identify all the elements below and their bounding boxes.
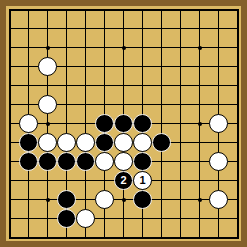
intersection-L11[interactable]	[190, 38, 209, 57]
white-stone	[133, 133, 152, 152]
intersection-F8[interactable]	[95, 95, 114, 114]
white-stone	[76, 133, 95, 152]
intersection-B9[interactable]	[19, 76, 38, 95]
intersection-H5[interactable]	[133, 152, 152, 171]
intersection-J12[interactable]	[152, 19, 171, 38]
intersection-G1[interactable]	[114, 228, 133, 247]
black-stone	[133, 190, 152, 209]
intersection-C5[interactable]	[38, 152, 57, 171]
intersection-G2[interactable]	[114, 209, 133, 228]
intersection-E1[interactable]	[76, 228, 95, 247]
intersection-C13[interactable]	[38, 0, 57, 19]
intersection-L3[interactable]	[190, 190, 209, 209]
intersection-K13[interactable]	[171, 0, 190, 19]
intersection-F5[interactable]	[95, 152, 114, 171]
intersection-C12[interactable]	[38, 19, 57, 38]
intersection-F12[interactable]	[95, 19, 114, 38]
intersection-K3[interactable]	[171, 190, 190, 209]
intersection-E13[interactable]	[76, 0, 95, 19]
intersection-K12[interactable]	[171, 19, 190, 38]
white-stone	[76, 209, 95, 228]
intersection-K1[interactable]	[171, 228, 190, 247]
intersection-L10[interactable]	[190, 57, 209, 76]
intersection-J13[interactable]	[152, 0, 171, 19]
intersection-J7[interactable]	[152, 114, 171, 133]
intersection-M9[interactable]	[209, 76, 228, 95]
intersection-B5[interactable]	[19, 152, 38, 171]
intersection-E2[interactable]	[76, 209, 95, 228]
intersection-L13[interactable]	[190, 0, 209, 19]
intersection-A11[interactable]	[0, 38, 19, 57]
intersection-B7[interactable]	[19, 114, 38, 133]
intersection-G5[interactable]	[114, 152, 133, 171]
intersection-L4[interactable]	[190, 171, 209, 190]
intersection-F13[interactable]	[95, 0, 114, 19]
intersection-B6[interactable]	[19, 133, 38, 152]
black-stone	[133, 114, 152, 133]
intersection-M13[interactable]	[209, 0, 228, 19]
intersection-J11[interactable]	[152, 38, 171, 57]
intersection-A6[interactable]	[0, 133, 19, 152]
intersection-N2[interactable]	[228, 209, 247, 228]
black-stone	[114, 114, 133, 133]
intersection-F1[interactable]	[95, 228, 114, 247]
intersection-A7[interactable]	[0, 114, 19, 133]
intersection-G8[interactable]	[114, 95, 133, 114]
intersection-E7[interactable]	[76, 114, 95, 133]
black-stone	[95, 114, 114, 133]
intersection-A9[interactable]	[0, 76, 19, 95]
intersection-L1[interactable]	[190, 228, 209, 247]
intersection-J2[interactable]	[152, 209, 171, 228]
intersection-N11[interactable]	[228, 38, 247, 57]
intersection-E11[interactable]	[76, 38, 95, 57]
intersection-G12[interactable]	[114, 19, 133, 38]
intersection-H3[interactable]	[133, 190, 152, 209]
intersection-H8[interactable]	[133, 95, 152, 114]
intersection-B13[interactable]	[19, 0, 38, 19]
intersection-C1[interactable]	[38, 228, 57, 247]
black-stone	[57, 152, 76, 171]
intersection-F9[interactable]	[95, 76, 114, 95]
intersection-G10[interactable]	[114, 57, 133, 76]
intersection-K9[interactable]	[171, 76, 190, 95]
intersection-K7[interactable]	[171, 114, 190, 133]
move-number-label: 1	[139, 175, 145, 186]
intersection-L12[interactable]	[190, 19, 209, 38]
black-stone	[76, 152, 95, 171]
intersection-C2[interactable]	[38, 209, 57, 228]
intersection-J4[interactable]	[152, 171, 171, 190]
white-stone	[38, 133, 57, 152]
intersection-L9[interactable]	[190, 76, 209, 95]
intersection-D4[interactable]	[57, 171, 76, 190]
intersection-L7[interactable]	[190, 114, 209, 133]
intersection-J6[interactable]	[152, 133, 171, 152]
intersection-A2[interactable]	[0, 209, 19, 228]
intersection-M8[interactable]	[209, 95, 228, 114]
intersection-H11[interactable]	[133, 38, 152, 57]
intersection-M12[interactable]	[209, 19, 228, 38]
intersection-D8[interactable]	[57, 95, 76, 114]
intersection-F7[interactable]	[95, 114, 114, 133]
intersection-H6[interactable]	[133, 133, 152, 152]
intersection-K10[interactable]	[171, 57, 190, 76]
black-stone	[57, 209, 76, 228]
goban: 21	[6, 6, 241, 241]
intersection-M10[interactable]	[209, 57, 228, 76]
intersection-F4[interactable]	[95, 171, 114, 190]
intersection-B8[interactable]	[19, 95, 38, 114]
intersection-C7[interactable]	[38, 114, 57, 133]
intersection-D5[interactable]	[57, 152, 76, 171]
intersection-L5[interactable]	[190, 152, 209, 171]
intersection-K6[interactable]	[171, 133, 190, 152]
intersection-M11[interactable]	[209, 38, 228, 57]
black-stone	[95, 133, 114, 152]
intersection-L6[interactable]	[190, 133, 209, 152]
white-stone	[114, 152, 133, 171]
intersection-B2[interactable]	[19, 209, 38, 228]
black-stone	[19, 133, 38, 152]
intersection-E3[interactable]	[76, 190, 95, 209]
intersection-D6[interactable]	[57, 133, 76, 152]
intersection-C9[interactable]	[38, 76, 57, 95]
intersection-G4[interactable]: 2	[114, 171, 133, 190]
black-stone	[38, 152, 57, 171]
white-stone	[57, 133, 76, 152]
intersection-A12[interactable]	[0, 19, 19, 38]
intersection-A8[interactable]	[0, 95, 19, 114]
intersection-G11[interactable]	[114, 38, 133, 57]
intersection-H9[interactable]	[133, 76, 152, 95]
intersection-A5[interactable]	[0, 152, 19, 171]
intersection-B1[interactable]	[19, 228, 38, 247]
intersection-D3[interactable]	[57, 190, 76, 209]
intersection-J1[interactable]	[152, 228, 171, 247]
intersection-M6[interactable]	[209, 133, 228, 152]
intersection-K2[interactable]	[171, 209, 190, 228]
intersection-M7[interactable]	[209, 114, 228, 133]
intersection-G13[interactable]	[114, 0, 133, 19]
intersection-J5[interactable]	[152, 152, 171, 171]
intersection-M3[interactable]	[209, 190, 228, 209]
intersection-E6[interactable]	[76, 133, 95, 152]
intersection-H2[interactable]	[133, 209, 152, 228]
black-stone: 2	[114, 171, 133, 190]
intersection-N10[interactable]	[228, 57, 247, 76]
intersection-N8[interactable]	[228, 95, 247, 114]
intersection-F6[interactable]	[95, 133, 114, 152]
intersection-J9[interactable]	[152, 76, 171, 95]
intersection-H13[interactable]	[133, 0, 152, 19]
intersection-K4[interactable]	[171, 171, 190, 190]
intersection-M1[interactable]	[209, 228, 228, 247]
intersection-H1[interactable]	[133, 228, 152, 247]
intersection-L8[interactable]	[190, 95, 209, 114]
intersection-J8[interactable]	[152, 95, 171, 114]
intersection-G9[interactable]	[114, 76, 133, 95]
intersection-H12[interactable]	[133, 19, 152, 38]
intersection-E9[interactable]	[76, 76, 95, 95]
intersection-D12[interactable]	[57, 19, 76, 38]
white-stone	[95, 152, 114, 171]
intersection-H4[interactable]: 1	[133, 171, 152, 190]
white-stone	[95, 190, 114, 209]
intersection-D9[interactable]	[57, 76, 76, 95]
intersection-M4[interactable]	[209, 171, 228, 190]
intersection-A10[interactable]	[0, 57, 19, 76]
intersection-N1[interactable]	[228, 228, 247, 247]
white-stone	[19, 114, 38, 133]
black-stone	[57, 190, 76, 209]
intersection-E5[interactable]	[76, 152, 95, 171]
intersection-G6[interactable]	[114, 133, 133, 152]
intersection-E10[interactable]	[76, 57, 95, 76]
black-stone	[152, 133, 171, 152]
intersection-B11[interactable]	[19, 38, 38, 57]
intersection-N12[interactable]	[228, 19, 247, 38]
intersection-A3[interactable]	[0, 190, 19, 209]
intersection-M5[interactable]	[209, 152, 228, 171]
intersection-C4[interactable]	[38, 171, 57, 190]
intersection-B3[interactable]	[19, 190, 38, 209]
intersection-K8[interactable]	[171, 95, 190, 114]
intersection-J3[interactable]	[152, 190, 171, 209]
intersection-N9[interactable]	[228, 76, 247, 95]
intersection-N5[interactable]	[228, 152, 247, 171]
intersection-N13[interactable]	[228, 0, 247, 19]
white-stone	[114, 133, 133, 152]
move-number-label: 2	[120, 175, 126, 186]
white-stone	[209, 190, 228, 209]
intersection-H7[interactable]	[133, 114, 152, 133]
white-stone: 1	[133, 171, 152, 190]
intersection-C8[interactable]	[38, 95, 57, 114]
intersection-J10[interactable]	[152, 57, 171, 76]
white-stone	[38, 57, 57, 76]
go-board-screenshot: 21	[0, 0, 247, 247]
intersection-C3[interactable]	[38, 190, 57, 209]
intersection-F10[interactable]	[95, 57, 114, 76]
intersection-B12[interactable]	[19, 19, 38, 38]
board-grid: 21	[0, 0, 247, 247]
intersection-D1[interactable]	[57, 228, 76, 247]
intersection-D13[interactable]	[57, 0, 76, 19]
intersection-N3[interactable]	[228, 190, 247, 209]
intersection-C11[interactable]	[38, 38, 57, 57]
black-stone	[19, 152, 38, 171]
black-stone	[133, 152, 152, 171]
intersection-G7[interactable]	[114, 114, 133, 133]
intersection-D10[interactable]	[57, 57, 76, 76]
white-stone	[209, 152, 228, 171]
intersection-L2[interactable]	[190, 209, 209, 228]
intersection-C10[interactable]	[38, 57, 57, 76]
intersection-B4[interactable]	[19, 171, 38, 190]
intersection-F11[interactable]	[95, 38, 114, 57]
intersection-A1[interactable]	[0, 228, 19, 247]
white-stone	[209, 114, 228, 133]
intersection-E8[interactable]	[76, 95, 95, 114]
intersection-C6[interactable]	[38, 133, 57, 152]
intersection-K5[interactable]	[171, 152, 190, 171]
intersection-D2[interactable]	[57, 209, 76, 228]
intersection-A4[interactable]	[0, 171, 19, 190]
intersection-F3[interactable]	[95, 190, 114, 209]
board-frame: 21	[0, 0, 247, 247]
intersection-H10[interactable]	[133, 57, 152, 76]
intersection-D11[interactable]	[57, 38, 76, 57]
intersection-E4[interactable]	[76, 171, 95, 190]
intersection-G3[interactable]	[114, 190, 133, 209]
intersection-F2[interactable]	[95, 209, 114, 228]
intersection-A13[interactable]	[0, 0, 19, 19]
intersection-M2[interactable]	[209, 209, 228, 228]
intersection-N4[interactable]	[228, 171, 247, 190]
intersection-K11[interactable]	[171, 38, 190, 57]
intersection-E12[interactable]	[76, 19, 95, 38]
intersection-B10[interactable]	[19, 57, 38, 76]
intersection-D7[interactable]	[57, 114, 76, 133]
intersection-N6[interactable]	[228, 133, 247, 152]
white-stone	[38, 95, 57, 114]
intersection-N7[interactable]	[228, 114, 247, 133]
